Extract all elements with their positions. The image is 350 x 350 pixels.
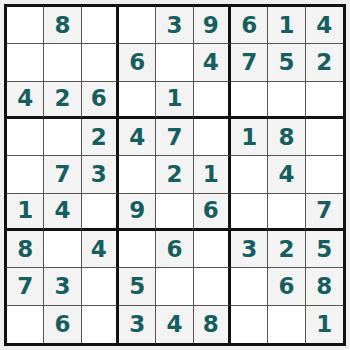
cell-r4c6[interactable] xyxy=(194,119,231,156)
page: 8396146475242612471873214149678463257356… xyxy=(0,0,350,350)
cell-r2c9: 2 xyxy=(306,44,343,81)
cell-r8c3[interactable] xyxy=(82,268,119,305)
cell-r6c1: 1 xyxy=(7,194,44,231)
cell-r3c6[interactable] xyxy=(194,82,231,119)
cell-r5c1[interactable] xyxy=(7,156,44,193)
cell-r8c1: 7 xyxy=(7,268,44,305)
cell-r1c6: 9 xyxy=(194,7,231,44)
cell-r2c1[interactable] xyxy=(7,44,44,81)
cell-r2c8: 5 xyxy=(268,44,305,81)
cell-r7c8: 2 xyxy=(268,231,305,268)
cell-r4c9[interactable] xyxy=(306,119,343,156)
cell-r3c7[interactable] xyxy=(231,82,268,119)
cell-r6c8[interactable] xyxy=(268,194,305,231)
cell-r3c3: 6 xyxy=(82,82,119,119)
cell-r2c4: 6 xyxy=(119,44,156,81)
cell-r6c9: 7 xyxy=(306,194,343,231)
cell-r1c4[interactable] xyxy=(119,7,156,44)
cell-r5c7[interactable] xyxy=(231,156,268,193)
cell-r4c1[interactable] xyxy=(7,119,44,156)
cell-r2c7: 7 xyxy=(231,44,268,81)
cell-r5c9[interactable] xyxy=(306,156,343,193)
cell-r9c8[interactable] xyxy=(268,306,305,343)
cell-r4c5: 7 xyxy=(156,119,193,156)
cell-r7c1: 8 xyxy=(7,231,44,268)
cell-r9c7[interactable] xyxy=(231,306,268,343)
cell-r9c5: 4 xyxy=(156,306,193,343)
cell-r1c3[interactable] xyxy=(82,7,119,44)
sudoku-board: 8396146475242612471873214149678463257356… xyxy=(4,4,346,346)
cell-r1c2: 8 xyxy=(44,7,81,44)
cell-r6c6: 6 xyxy=(194,194,231,231)
cell-r5c5: 2 xyxy=(156,156,193,193)
cell-r8c2: 3 xyxy=(44,268,81,305)
cell-r7c6[interactable] xyxy=(194,231,231,268)
cell-r6c5[interactable] xyxy=(156,194,193,231)
cell-r1c8: 1 xyxy=(268,7,305,44)
cell-r5c6: 1 xyxy=(194,156,231,193)
cell-r5c2: 7 xyxy=(44,156,81,193)
cell-r3c5: 1 xyxy=(156,82,193,119)
cell-r8c9: 8 xyxy=(306,268,343,305)
cell-r4c8: 8 xyxy=(268,119,305,156)
cell-r3c1: 4 xyxy=(7,82,44,119)
cell-r7c7: 3 xyxy=(231,231,268,268)
cell-r6c2: 4 xyxy=(44,194,81,231)
cell-r7c9: 5 xyxy=(306,231,343,268)
cell-r3c9[interactable] xyxy=(306,82,343,119)
cell-r3c4[interactable] xyxy=(119,82,156,119)
cell-r1c5: 3 xyxy=(156,7,193,44)
cell-r4c3: 2 xyxy=(82,119,119,156)
cell-r1c7: 6 xyxy=(231,7,268,44)
cell-r6c3[interactable] xyxy=(82,194,119,231)
cell-r9c3[interactable] xyxy=(82,306,119,343)
cell-r2c5[interactable] xyxy=(156,44,193,81)
cell-r8c4: 5 xyxy=(119,268,156,305)
cell-r6c7[interactable] xyxy=(231,194,268,231)
cell-r8c8: 6 xyxy=(268,268,305,305)
cell-r3c2: 2 xyxy=(44,82,81,119)
cell-r9c6: 8 xyxy=(194,306,231,343)
cell-r6c4: 9 xyxy=(119,194,156,231)
cell-r9c2: 6 xyxy=(44,306,81,343)
cell-r7c2[interactable] xyxy=(44,231,81,268)
cell-r5c4[interactable] xyxy=(119,156,156,193)
cell-r7c3: 4 xyxy=(82,231,119,268)
cell-r8c5[interactable] xyxy=(156,268,193,305)
cell-r2c2[interactable] xyxy=(44,44,81,81)
cell-r4c4: 4 xyxy=(119,119,156,156)
cell-r9c4: 3 xyxy=(119,306,156,343)
cell-r9c9: 1 xyxy=(306,306,343,343)
cell-r7c4[interactable] xyxy=(119,231,156,268)
cell-r4c2[interactable] xyxy=(44,119,81,156)
cell-r5c3: 3 xyxy=(82,156,119,193)
cell-r2c3[interactable] xyxy=(82,44,119,81)
cell-r7c5: 6 xyxy=(156,231,193,268)
cell-r9c1[interactable] xyxy=(7,306,44,343)
cell-r8c7[interactable] xyxy=(231,268,268,305)
cell-r8c6[interactable] xyxy=(194,268,231,305)
cell-r2c6: 4 xyxy=(194,44,231,81)
cell-r5c8: 4 xyxy=(268,156,305,193)
cell-r3c8[interactable] xyxy=(268,82,305,119)
cell-r1c1[interactable] xyxy=(7,7,44,44)
cell-r4c7: 1 xyxy=(231,119,268,156)
cell-r1c9: 4 xyxy=(306,7,343,44)
